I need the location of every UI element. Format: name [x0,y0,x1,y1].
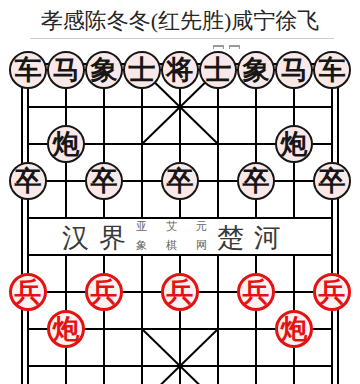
piece-black-车[interactable]: 车 [9,51,47,89]
site-watermark: 亚艾元 象棋网 [136,217,226,255]
piece-black-象[interactable]: 象 [85,51,123,89]
piece-black-车[interactable]: 车 [313,51,351,89]
piece-black-卒[interactable]: 卒 [313,162,351,200]
piece-red-兵[interactable]: 兵 [237,273,275,311]
piece-red-炮[interactable]: 炮 [47,310,85,348]
piece-black-卒[interactable]: 卒 [237,162,275,200]
piece-black-炮[interactable]: 炮 [275,125,313,163]
piece-black-马[interactable]: 马 [275,51,313,89]
piece-black-象[interactable]: 象 [237,51,275,89]
piece-red-兵[interactable]: 兵 [85,273,123,311]
xiangqi-board-screenshot: 孝感陈冬冬(红先胜)咸宁徐飞 [0,0,360,384]
piece-red-兵[interactable]: 兵 [313,273,351,311]
piece-black-士[interactable]: 士 [123,51,161,89]
piece-black-卒[interactable]: 卒 [9,162,47,200]
piece-black-士[interactable]: 士 [199,51,237,89]
piece-red-炮[interactable]: 炮 [275,310,313,348]
piece-black-卒[interactable]: 卒 [161,162,199,200]
piece-red-兵[interactable]: 兵 [9,273,47,311]
piece-black-马[interactable]: 马 [47,51,85,89]
piece-black-将[interactable]: 将 [161,51,199,89]
river-label-hanjie: 汉界 [62,220,136,256]
piece-black-卒[interactable]: 卒 [85,162,123,200]
piece-black-炮[interactable]: 炮 [47,125,85,163]
piece-red-兵[interactable]: 兵 [161,273,199,311]
river-label-chuhe: 楚河 [217,220,291,256]
site-watermark-line1: 亚艾元 [136,217,226,236]
site-watermark-line2: 象棋网 [136,236,226,255]
